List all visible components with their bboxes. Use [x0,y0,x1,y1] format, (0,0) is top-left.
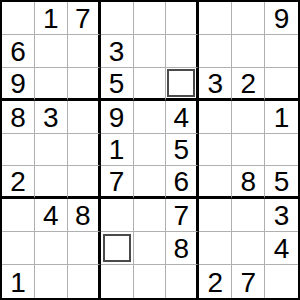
given-digit: 2 [240,70,256,98]
sudoku-cell-r6c1[interactable]: 2 [2,166,35,199]
sudoku-cell-r3c2[interactable] [35,68,68,101]
sudoku-cell-r4c1[interactable]: 8 [2,101,35,134]
sudoku-cell-r3c9[interactable] [265,68,298,101]
given-digit: 1 [10,269,26,297]
sudoku-cell-r7c9[interactable]: 3 [265,199,298,232]
sudoku-cell-r4c2[interactable]: 3 [35,101,68,134]
sudoku-cell-r6c8[interactable]: 8 [232,166,265,199]
sudoku-cell-r6c7[interactable] [199,166,232,199]
given-digit: 3 [207,70,223,98]
sudoku-cell-r7c4[interactable] [101,199,134,232]
sudoku-cell-r1c3[interactable]: 7 [68,2,101,35]
sudoku-cell-r8c6[interactable]: 8 [166,232,199,265]
sudoku-cell-r8c4[interactable] [101,232,134,265]
marked-cell-indicator [103,234,131,262]
sudoku-cell-r3c5[interactable] [134,68,167,101]
sudoku-cell-r4c6[interactable]: 4 [166,101,199,134]
sudoku-cell-r6c2[interactable] [35,166,68,199]
sudoku-cell-r2c6[interactable] [166,35,199,68]
given-digit: 9 [109,104,125,132]
sudoku-cell-r6c5[interactable] [134,166,167,199]
sudoku-cell-r2c5[interactable] [134,35,167,68]
sudoku-cell-r6c4[interactable]: 7 [101,166,134,199]
sudoku-cell-r5c9[interactable] [265,134,298,167]
sudoku-cell-r5c8[interactable] [232,134,265,167]
sudoku-cell-r2c7[interactable] [199,35,232,68]
sudoku-cell-r7c2[interactable]: 4 [35,199,68,232]
sudoku-cell-r1c4[interactable] [101,2,134,35]
sudoku-board: 179639532839411527685487384127 [0,0,300,300]
given-digit: 7 [75,5,91,33]
sudoku-cell-r8c5[interactable] [134,232,167,265]
sudoku-cell-r1c8[interactable] [232,2,265,35]
sudoku-cell-r9c8[interactable]: 7 [232,265,265,298]
sudoku-cell-r8c3[interactable] [68,232,101,265]
given-digit: 4 [43,202,59,230]
sudoku-cell-r1c6[interactable] [166,2,199,35]
given-digit: 5 [174,136,190,164]
sudoku-cell-r9c7[interactable]: 2 [199,265,232,298]
sudoku-cell-r1c5[interactable] [134,2,167,35]
sudoku-cell-r3c4[interactable]: 5 [101,68,134,101]
sudoku-cell-r9c9[interactable] [265,265,298,298]
given-digit: 3 [43,104,59,132]
sudoku-cell-r7c5[interactable] [134,199,167,232]
given-digit: 2 [10,168,26,196]
sudoku-cell-r7c8[interactable] [232,199,265,232]
sudoku-cell-r8c1[interactable] [2,232,35,265]
sudoku-cell-r3c3[interactable] [68,68,101,101]
sudoku-cell-r8c9[interactable]: 4 [265,232,298,265]
sudoku-cell-r4c4[interactable]: 9 [101,101,134,134]
given-digit: 8 [240,168,256,196]
given-digit: 1 [109,136,125,164]
sudoku-cell-r4c8[interactable] [232,101,265,134]
sudoku-cell-r3c1[interactable]: 9 [2,68,35,101]
sudoku-cell-r5c1[interactable] [2,134,35,167]
sudoku-cell-r4c3[interactable] [68,101,101,134]
given-digit: 9 [274,5,290,33]
given-digit: 7 [174,202,190,230]
given-digit: 6 [174,168,190,196]
given-digit: 8 [174,235,190,263]
sudoku-cell-r2c1[interactable]: 6 [2,35,35,68]
sudoku-cell-r2c3[interactable] [68,35,101,68]
sudoku-cell-r6c3[interactable] [68,166,101,199]
sudoku-cell-r5c6[interactable]: 5 [166,134,199,167]
given-digit: 3 [274,202,290,230]
sudoku-cell-r1c9[interactable]: 9 [265,2,298,35]
sudoku-cell-r3c6[interactable] [166,68,199,101]
given-digit: 7 [240,269,256,297]
given-digit: 6 [10,38,26,66]
sudoku-cell-r1c1[interactable] [2,2,35,35]
marked-cell-indicator [167,69,195,97]
given-digit: 1 [274,104,290,132]
sudoku-cell-r2c4[interactable]: 3 [101,35,134,68]
sudoku-cell-r8c2[interactable] [35,232,68,265]
sudoku-cell-r4c5[interactable] [134,101,167,134]
given-digit: 5 [274,168,290,196]
sudoku-cell-r9c1[interactable]: 1 [2,265,35,298]
given-digit: 1 [43,5,59,33]
sudoku-cell-r4c9[interactable]: 1 [265,101,298,134]
given-digit: 5 [109,70,125,98]
sudoku-cell-r4c7[interactable] [199,101,232,134]
given-digit: 3 [109,38,125,66]
sudoku-cell-r9c6[interactable] [166,265,199,298]
sudoku-cell-r2c9[interactable] [265,35,298,68]
sudoku-cell-r7c1[interactable] [2,199,35,232]
sudoku-cell-r7c3[interactable]: 8 [68,199,101,232]
given-digit: 8 [75,202,91,230]
sudoku-cell-r3c8[interactable]: 2 [232,68,265,101]
given-digit: 8 [10,104,26,132]
sudoku-cell-r2c2[interactable] [35,35,68,68]
sudoku-cell-r5c7[interactable] [199,134,232,167]
sudoku-cell-r5c3[interactable] [68,134,101,167]
sudoku-cell-r6c9[interactable]: 5 [265,166,298,199]
sudoku-cell-r8c8[interactable] [232,232,265,265]
given-digit: 2 [207,269,223,297]
sudoku-cell-r7c7[interactable] [199,199,232,232]
sudoku-cell-r9c3[interactable] [68,265,101,298]
sudoku-cell-r1c7[interactable] [199,2,232,35]
sudoku-cell-r9c5[interactable] [134,265,167,298]
sudoku-cell-r5c5[interactable] [134,134,167,167]
sudoku-cell-r1c2[interactable]: 1 [35,2,68,35]
sudoku-cell-r8c7[interactable] [199,232,232,265]
given-digit: 7 [109,168,125,196]
given-digit: 9 [10,70,26,98]
sudoku-cell-r7c6[interactable]: 7 [166,199,199,232]
sudoku-cell-r9c4[interactable] [101,265,134,298]
sudoku-cell-r9c2[interactable] [35,265,68,298]
given-digit: 4 [174,104,190,132]
sudoku-cell-r5c2[interactable] [35,134,68,167]
sudoku-cell-r3c7[interactable]: 3 [199,68,232,101]
sudoku-cell-r2c8[interactable] [232,35,265,68]
sudoku-cell-r5c4[interactable]: 1 [101,134,134,167]
sudoku-cell-r6c6[interactable]: 6 [166,166,199,199]
given-digit: 4 [274,235,290,263]
